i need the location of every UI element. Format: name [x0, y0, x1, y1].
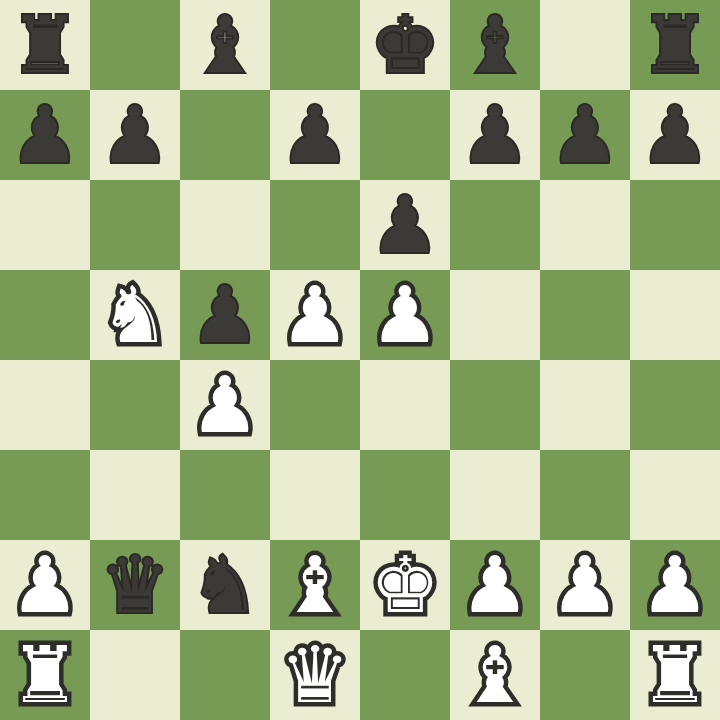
piece-white-king[interactable]: ♚ — [360, 540, 450, 630]
square-d4[interactable] — [270, 360, 360, 450]
piece-black-pawn[interactable]: ♟ — [540, 90, 630, 180]
square-d7[interactable]: ♟ — [270, 90, 360, 180]
piece-white-knight[interactable]: ♞ — [90, 270, 180, 360]
piece-black-pawn[interactable]: ♟ — [180, 270, 270, 360]
square-h3[interactable] — [630, 450, 720, 540]
piece-white-pawn[interactable]: ♟ — [630, 540, 720, 630]
square-g5[interactable] — [540, 270, 630, 360]
piece-black-pawn[interactable]: ♟ — [630, 90, 720, 180]
piece-white-pawn[interactable]: ♟ — [360, 270, 450, 360]
square-f8[interactable]: ♝ — [450, 0, 540, 90]
square-e6[interactable]: ♟ — [360, 180, 450, 270]
square-a3[interactable] — [0, 450, 90, 540]
piece-black-king[interactable]: ♚ — [360, 0, 450, 90]
square-f1[interactable]: ♝ — [450, 630, 540, 720]
piece-white-rook[interactable]: ♜ — [0, 630, 90, 720]
square-g8[interactable] — [540, 0, 630, 90]
piece-black-bishop[interactable]: ♝ — [180, 0, 270, 90]
square-e8[interactable]: ♚ — [360, 0, 450, 90]
square-f6[interactable] — [450, 180, 540, 270]
square-c1[interactable] — [180, 630, 270, 720]
square-b8[interactable] — [90, 0, 180, 90]
piece-black-knight[interactable]: ♞ — [180, 540, 270, 630]
square-f5[interactable] — [450, 270, 540, 360]
piece-black-rook[interactable]: ♜ — [0, 0, 90, 90]
square-e4[interactable] — [360, 360, 450, 450]
square-b7[interactable]: ♟ — [90, 90, 180, 180]
square-g7[interactable]: ♟ — [540, 90, 630, 180]
square-d8[interactable] — [270, 0, 360, 90]
square-f3[interactable] — [450, 450, 540, 540]
square-g4[interactable] — [540, 360, 630, 450]
square-c3[interactable] — [180, 450, 270, 540]
square-b5[interactable]: ♞ — [90, 270, 180, 360]
square-c2[interactable]: ♞ — [180, 540, 270, 630]
square-d1[interactable]: ♛ — [270, 630, 360, 720]
square-h7[interactable]: ♟ — [630, 90, 720, 180]
square-a4[interactable] — [0, 360, 90, 450]
square-g1[interactable] — [540, 630, 630, 720]
piece-black-rook[interactable]: ♜ — [630, 0, 720, 90]
square-e1[interactable] — [360, 630, 450, 720]
square-g2[interactable]: ♟ — [540, 540, 630, 630]
square-h2[interactable]: ♟ — [630, 540, 720, 630]
square-f2[interactable]: ♟ — [450, 540, 540, 630]
piece-black-pawn[interactable]: ♟ — [90, 90, 180, 180]
square-d2[interactable]: ♝ — [270, 540, 360, 630]
chess-board: ♜♝♚♝♜♟♟♟♟♟♟♟♞♟♟♟♟♟♛♞♝♚♟♟♟♜♛♝♜ — [0, 0, 720, 720]
piece-black-pawn[interactable]: ♟ — [270, 90, 360, 180]
square-b2[interactable]: ♛ — [90, 540, 180, 630]
square-d6[interactable] — [270, 180, 360, 270]
piece-white-pawn[interactable]: ♟ — [180, 360, 270, 450]
square-h5[interactable] — [630, 270, 720, 360]
square-a8[interactable]: ♜ — [0, 0, 90, 90]
piece-white-pawn[interactable]: ♟ — [450, 540, 540, 630]
square-c5[interactable]: ♟ — [180, 270, 270, 360]
square-c7[interactable] — [180, 90, 270, 180]
square-h1[interactable]: ♜ — [630, 630, 720, 720]
piece-black-pawn[interactable]: ♟ — [450, 90, 540, 180]
square-d3[interactable] — [270, 450, 360, 540]
square-c4[interactable]: ♟ — [180, 360, 270, 450]
square-e5[interactable]: ♟ — [360, 270, 450, 360]
piece-white-queen[interactable]: ♛ — [270, 630, 360, 720]
square-f7[interactable]: ♟ — [450, 90, 540, 180]
piece-black-pawn[interactable]: ♟ — [0, 90, 90, 180]
square-g6[interactable] — [540, 180, 630, 270]
square-e7[interactable] — [360, 90, 450, 180]
square-b3[interactable] — [90, 450, 180, 540]
square-h8[interactable]: ♜ — [630, 0, 720, 90]
square-h6[interactable] — [630, 180, 720, 270]
square-c8[interactable]: ♝ — [180, 0, 270, 90]
square-a5[interactable] — [0, 270, 90, 360]
piece-white-rook[interactable]: ♜ — [630, 630, 720, 720]
square-c6[interactable] — [180, 180, 270, 270]
piece-white-bishop[interactable]: ♝ — [450, 630, 540, 720]
square-b6[interactable] — [90, 180, 180, 270]
square-f4[interactable] — [450, 360, 540, 450]
square-e3[interactable] — [360, 450, 450, 540]
piece-black-queen[interactable]: ♛ — [90, 540, 180, 630]
square-h4[interactable] — [630, 360, 720, 450]
square-e2[interactable]: ♚ — [360, 540, 450, 630]
piece-black-bishop[interactable]: ♝ — [450, 0, 540, 90]
piece-white-pawn[interactable]: ♟ — [540, 540, 630, 630]
square-d5[interactable]: ♟ — [270, 270, 360, 360]
piece-white-pawn[interactable]: ♟ — [270, 270, 360, 360]
square-a6[interactable] — [0, 180, 90, 270]
square-b4[interactable] — [90, 360, 180, 450]
square-g3[interactable] — [540, 450, 630, 540]
square-a2[interactable]: ♟ — [0, 540, 90, 630]
square-b1[interactable] — [90, 630, 180, 720]
piece-black-pawn[interactable]: ♟ — [360, 180, 450, 270]
square-a7[interactable]: ♟ — [0, 90, 90, 180]
piece-white-pawn[interactable]: ♟ — [0, 540, 90, 630]
square-a1[interactable]: ♜ — [0, 630, 90, 720]
piece-white-bishop[interactable]: ♝ — [270, 540, 360, 630]
